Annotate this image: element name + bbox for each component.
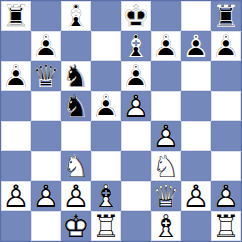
square-d3[interactable] [91,151,121,181]
white-pawn[interactable]: ♟♙ [61,180,91,210]
square-e1[interactable] [121,211,151,241]
square-c1[interactable]: ♚♔ [61,211,91,241]
square-c5[interactable]: ♞♘ [61,91,91,121]
black-pawn[interactable]: ♟♙ [31,30,61,60]
black-knight[interactable]: ♞♘ [61,90,91,120]
square-g5[interactable] [181,91,211,121]
square-f6[interactable] [151,61,181,91]
white-knight[interactable]: ♞♘ [151,150,181,180]
white-pawn[interactable]: ♟♙ [121,90,151,120]
square-a2[interactable]: ♟♙ [1,181,31,211]
square-f4[interactable]: ♟♙ [151,121,181,151]
square-c2[interactable]: ♟♙ [61,181,91,211]
square-b3[interactable] [31,151,61,181]
square-e5[interactable]: ♟♙ [121,91,151,121]
black-pawn[interactable]: ♟♙ [211,30,241,60]
square-h7[interactable]: ♟♙ [211,31,241,61]
square-h5[interactable] [211,91,241,121]
white-rook[interactable]: ♜♖ [211,210,241,240]
square-e6[interactable]: ♟♙ [121,61,151,91]
square-b7[interactable]: ♟♙ [31,31,61,61]
white-king[interactable]: ♚♔ [61,210,91,240]
square-h8[interactable]: ♜♖ [211,1,241,31]
square-e4[interactable] [121,121,151,151]
square-d7[interactable] [91,31,121,61]
square-e7[interactable]: ♝♗ [121,31,151,61]
square-g3[interactable] [181,151,211,181]
square-c6[interactable]: ♞♘ [61,61,91,91]
square-h3[interactable] [211,151,241,181]
square-e2[interactable] [121,181,151,211]
white-pawn[interactable]: ♟♙ [151,120,181,150]
white-rook[interactable]: ♜♖ [91,210,121,240]
square-f5[interactable] [151,91,181,121]
black-pawn[interactable]: ♟♙ [181,30,211,60]
square-f8[interactable] [151,1,181,31]
square-a3[interactable] [1,151,31,181]
square-f1[interactable]: ♝♗ [151,211,181,241]
white-bishop[interactable]: ♝♗ [91,180,121,210]
square-c7[interactable] [61,31,91,61]
black-pawn[interactable]: ♟♙ [121,60,151,90]
square-a6[interactable]: ♟♙ [1,61,31,91]
square-c8[interactable]: ♝♗ [61,1,91,31]
square-g2[interactable]: ♟♙ [181,181,211,211]
chess-board: ♜♖♝♗♚♔♜♖♟♙♝♗♟♙♟♙♟♙♟♙♛♕♞♘♟♙♞♘♟♙♟♙♟♙♞♘♞♘♟♙… [0,0,242,242]
square-g8[interactable] [181,1,211,31]
square-f7[interactable]: ♟♙ [151,31,181,61]
square-a1[interactable] [1,211,31,241]
black-king[interactable]: ♚♔ [121,0,151,30]
square-g6[interactable] [181,61,211,91]
square-b8[interactable] [31,1,61,31]
square-a7[interactable] [1,31,31,61]
square-e8[interactable]: ♚♔ [121,1,151,31]
black-knight[interactable]: ♞♘ [61,60,91,90]
square-b4[interactable] [31,121,61,151]
square-h1[interactable]: ♜♖ [211,211,241,241]
black-rook[interactable]: ♜♖ [211,0,241,30]
white-bishop[interactable]: ♝♗ [151,210,181,240]
square-c3[interactable]: ♞♘ [61,151,91,181]
white-knight[interactable]: ♞♘ [61,150,91,180]
square-h6[interactable] [211,61,241,91]
white-pawn[interactable]: ♟♙ [181,180,211,210]
square-d2[interactable]: ♝♗ [91,181,121,211]
square-f3[interactable]: ♞♘ [151,151,181,181]
square-b1[interactable] [31,211,61,241]
black-bishop[interactable]: ♝♗ [61,0,91,30]
black-pawn[interactable]: ♟♙ [1,60,31,90]
square-g1[interactable] [181,211,211,241]
black-bishop[interactable]: ♝♗ [121,30,151,60]
square-d5[interactable]: ♟♙ [91,91,121,121]
white-pawn[interactable]: ♟♙ [1,180,31,210]
black-queen[interactable]: ♛♕ [31,60,61,90]
square-d8[interactable] [91,1,121,31]
black-rook[interactable]: ♜♖ [1,0,31,30]
white-pawn[interactable]: ♟♙ [31,180,61,210]
square-h2[interactable]: ♟♙ [211,181,241,211]
black-pawn[interactable]: ♟♙ [151,30,181,60]
square-b2[interactable]: ♟♙ [31,181,61,211]
square-d1[interactable]: ♜♖ [91,211,121,241]
white-pawn[interactable]: ♟♙ [211,180,241,210]
square-a8[interactable]: ♜♖ [1,1,31,31]
square-c4[interactable] [61,121,91,151]
white-queen[interactable]: ♛♕ [151,180,181,210]
square-h4[interactable] [211,121,241,151]
square-d6[interactable] [91,61,121,91]
square-g7[interactable]: ♟♙ [181,31,211,61]
square-a5[interactable] [1,91,31,121]
black-pawn[interactable]: ♟♙ [91,90,121,120]
square-a4[interactable] [1,121,31,151]
square-g4[interactable] [181,121,211,151]
square-b6[interactable]: ♛♕ [31,61,61,91]
square-e3[interactable] [121,151,151,181]
square-b5[interactable] [31,91,61,121]
square-d4[interactable] [91,121,121,151]
square-f2[interactable]: ♛♕ [151,181,181,211]
